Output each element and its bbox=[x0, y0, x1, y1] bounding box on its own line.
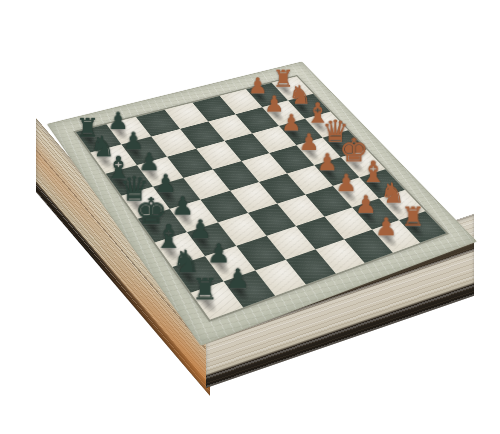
piece-brown-rook: ♜ bbox=[401, 204, 425, 230]
piece-brown-pawn: ♟ bbox=[336, 171, 357, 195]
chess-board: ♜♞♝♛♚♝♞♜♟♟♟♟♟♟♟♟♟♟♟♟♟♟♟♟♜♞♝♛♚♝♞♜ bbox=[76, 76, 446, 319]
piece-brown-pawn: ♟ bbox=[375, 215, 397, 240]
square-h5 bbox=[316, 239, 365, 273]
piece-green-rook: ♜ bbox=[192, 275, 219, 305]
piece-green-pawn: ♟ bbox=[226, 266, 250, 293]
piece-brown-pawn: ♟ bbox=[355, 193, 377, 217]
photo-canvas: ♜♞♝♛♚♝♞♜♟♟♟♟♟♟♟♟♟♟♟♟♟♟♟♟♜♞♝♛♚♝♞♜ bbox=[0, 0, 500, 434]
square-h8: ♜ bbox=[399, 211, 446, 243]
chess-box: ♜♞♝♛♚♝♞♜♟♟♟♟♟♟♟♟♟♟♟♟♟♟♟♟♜♞♝♛♚♝♞♜ bbox=[72, 0, 447, 369]
